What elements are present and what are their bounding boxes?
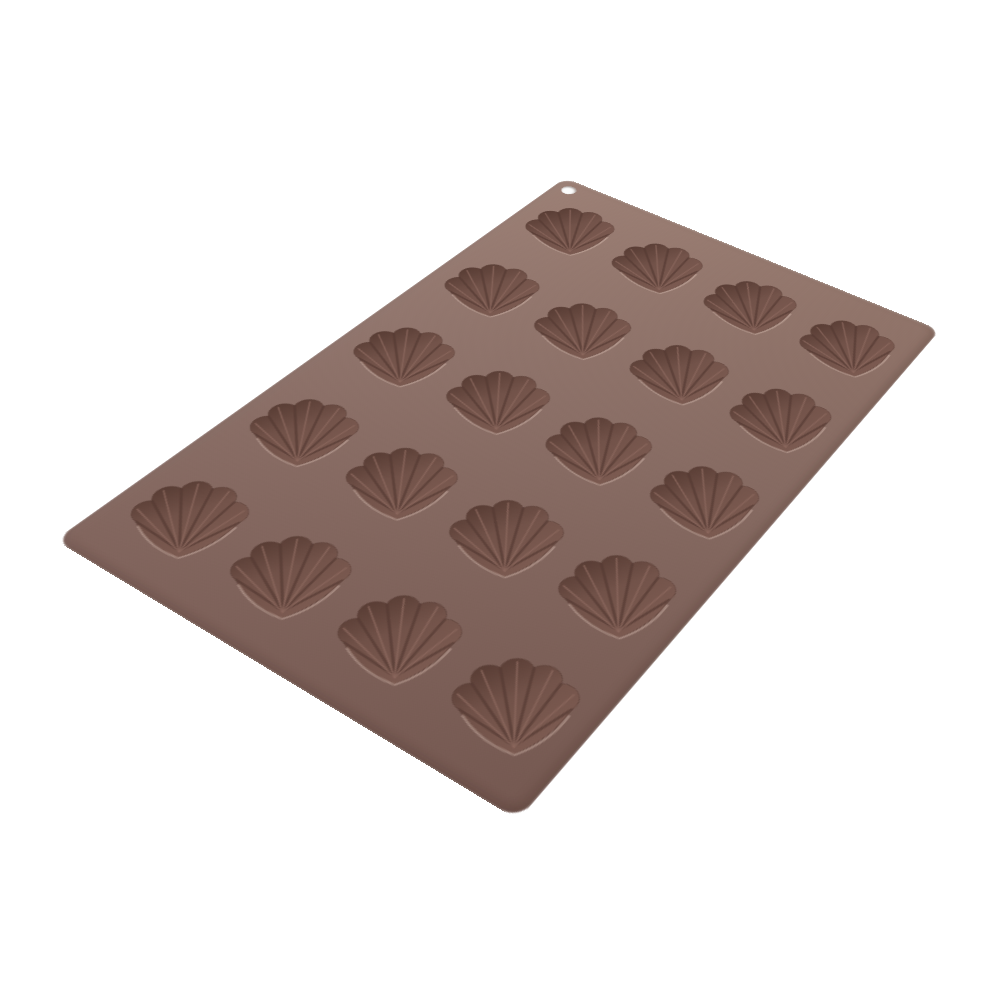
- madeleine-shell-cavity: [436, 363, 557, 438]
- product-photo: [0, 0, 1000, 1000]
- madeleine-shell-cavity: [695, 274, 807, 337]
- madeleine-shell-cavity: [551, 545, 687, 641]
- madeleine-shell-cavity: [789, 313, 909, 380]
- madeleine-shell-cavity: [720, 380, 844, 455]
- madeleine-shell-cavity: [623, 337, 739, 408]
- madeleine-shell-cavity: [438, 490, 571, 580]
- madeleine-mold: [55, 178, 940, 820]
- madeleine-shell-cavity: [538, 408, 660, 487]
- madeleine-shell-cavity: [527, 296, 638, 363]
- madeleine-shell-cavity: [518, 201, 620, 258]
- madeleine-shell-cavity: [642, 457, 771, 542]
- madeleine-shell-cavity: [606, 237, 711, 297]
- cavity-grid: [55, 178, 940, 820]
- madeleine-shell-cavity: [440, 647, 588, 758]
